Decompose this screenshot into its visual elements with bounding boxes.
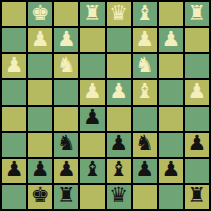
square-c6[interactable]: ♞: [133, 133, 157, 157]
square-f5[interactable]: [54, 107, 78, 131]
square-a6[interactable]: ♟: [185, 133, 209, 157]
square-d3[interactable]: [107, 54, 131, 78]
square-d2[interactable]: [107, 28, 131, 52]
square-h8[interactable]: [2, 185, 26, 209]
black-pawn-piece[interactable]: ♟: [161, 159, 180, 180]
white-queen-piece[interactable]: ♛: [109, 3, 128, 24]
white-pawn-piece[interactable]: ♟: [31, 29, 50, 50]
square-h5[interactable]: [2, 107, 26, 131]
square-d8[interactable]: ♛: [107, 185, 131, 209]
square-g3[interactable]: [28, 54, 52, 78]
square-a2[interactable]: [185, 28, 209, 52]
black-bishop-piece[interactable]: ♝: [109, 159, 128, 180]
black-pawn-piece[interactable]: ♟: [109, 133, 128, 154]
square-c5[interactable]: [133, 107, 157, 131]
square-d1[interactable]: ♛: [107, 2, 131, 26]
square-f7[interactable]: ♟: [54, 159, 78, 183]
black-pawn-piece[interactable]: ♟: [57, 159, 76, 180]
square-d4[interactable]: ♟: [107, 80, 131, 104]
square-e1[interactable]: ♜: [80, 2, 104, 26]
square-g5[interactable]: [28, 107, 52, 131]
square-c3[interactable]: ♞: [133, 54, 157, 78]
black-rook-piece[interactable]: ♜: [188, 185, 207, 206]
square-a8[interactable]: ♜: [185, 185, 209, 209]
white-pawn-piece[interactable]: ♟: [188, 81, 207, 102]
black-knight-piece[interactable]: ♞: [135, 133, 154, 154]
square-h4[interactable]: [2, 80, 26, 104]
square-f2[interactable]: ♟: [54, 28, 78, 52]
square-c4[interactable]: ♝: [133, 80, 157, 104]
white-pawn-piece[interactable]: ♟: [109, 81, 128, 102]
white-bishop-piece[interactable]: ♝: [135, 81, 154, 102]
black-pawn-piece[interactable]: ♟: [188, 133, 207, 154]
square-f8[interactable]: ♜: [54, 185, 78, 209]
square-d6[interactable]: ♟: [107, 133, 131, 157]
square-h1[interactable]: [2, 2, 26, 26]
square-d7[interactable]: ♝: [107, 159, 131, 183]
black-pawn-piece[interactable]: ♟: [83, 107, 102, 128]
square-g6[interactable]: [28, 133, 52, 157]
square-b4[interactable]: [159, 80, 183, 104]
square-b3[interactable]: [159, 54, 183, 78]
square-c8[interactable]: [133, 185, 157, 209]
square-a5[interactable]: [185, 107, 209, 131]
black-king-piece[interactable]: ♚: [31, 185, 50, 206]
white-pawn-piece[interactable]: ♟: [161, 29, 180, 50]
white-rook-piece[interactable]: ♜: [188, 3, 207, 24]
square-g7[interactable]: ♟: [28, 159, 52, 183]
square-g8[interactable]: ♚: [28, 185, 52, 209]
square-c1[interactable]: ♝: [133, 2, 157, 26]
black-rook-piece[interactable]: ♜: [57, 185, 76, 206]
white-pawn-piece[interactable]: ♟: [5, 55, 24, 76]
square-h6[interactable]: [2, 133, 26, 157]
square-g4[interactable]: [28, 80, 52, 104]
square-a1[interactable]: ♜: [185, 2, 209, 26]
square-g1[interactable]: ♚: [28, 2, 52, 26]
square-e3[interactable]: [80, 54, 104, 78]
square-h2[interactable]: [2, 28, 26, 52]
square-e6[interactable]: [80, 133, 104, 157]
black-pawn-piece[interactable]: ♟: [5, 159, 24, 180]
white-bishop-piece[interactable]: ♝: [135, 3, 154, 24]
black-pawn-piece[interactable]: ♟: [31, 159, 50, 180]
square-g2[interactable]: ♟: [28, 28, 52, 52]
square-b5[interactable]: [159, 107, 183, 131]
square-c7[interactable]: ♟: [133, 159, 157, 183]
white-pawn-piece[interactable]: ♟: [83, 81, 102, 102]
square-a4[interactable]: ♟: [185, 80, 209, 104]
square-e7[interactable]: ♝: [80, 159, 104, 183]
black-bishop-piece[interactable]: ♝: [83, 159, 102, 180]
square-d5[interactable]: [107, 107, 131, 131]
square-b2[interactable]: ♟: [159, 28, 183, 52]
square-a7[interactable]: [185, 159, 209, 183]
square-h7[interactable]: ♟: [2, 159, 26, 183]
white-pawn-piece[interactable]: ♟: [135, 29, 154, 50]
square-a3[interactable]: [185, 54, 209, 78]
square-c2[interactable]: ♟: [133, 28, 157, 52]
white-pawn-piece[interactable]: ♟: [57, 29, 76, 50]
square-h3[interactable]: ♟: [2, 54, 26, 78]
square-e4[interactable]: ♟: [80, 80, 104, 104]
square-b1[interactable]: [159, 2, 183, 26]
black-queen-piece[interactable]: ♛: [109, 185, 128, 206]
square-b8[interactable]: [159, 185, 183, 209]
square-f4[interactable]: [54, 80, 78, 104]
square-e5[interactable]: ♟: [80, 107, 104, 131]
square-e2[interactable]: [80, 28, 104, 52]
square-b7[interactable]: ♟: [159, 159, 183, 183]
square-f1[interactable]: [54, 2, 78, 26]
black-knight-piece[interactable]: ♞: [57, 133, 76, 154]
square-b6[interactable]: [159, 133, 183, 157]
square-e8[interactable]: [80, 185, 104, 209]
white-king-piece[interactable]: ♚: [31, 3, 50, 24]
square-f6[interactable]: ♞: [54, 133, 78, 157]
white-knight-piece[interactable]: ♞: [57, 55, 76, 76]
screenshot-stage: ♚♜♛♝♜♟♟♟♟♟♞♞♟♟♝♟♟♞♟♞♟♟♟♟♝♝♟♟♚♜♛♜: [0, 0, 211, 211]
white-rook-piece[interactable]: ♜: [83, 3, 102, 24]
white-knight-piece[interactable]: ♞: [135, 55, 154, 76]
chess-board: ♚♜♛♝♜♟♟♟♟♟♞♞♟♟♝♟♟♞♟♞♟♟♟♟♝♝♟♟♚♜♛♜: [0, 0, 211, 211]
black-pawn-piece[interactable]: ♟: [135, 159, 154, 180]
square-f3[interactable]: ♞: [54, 54, 78, 78]
